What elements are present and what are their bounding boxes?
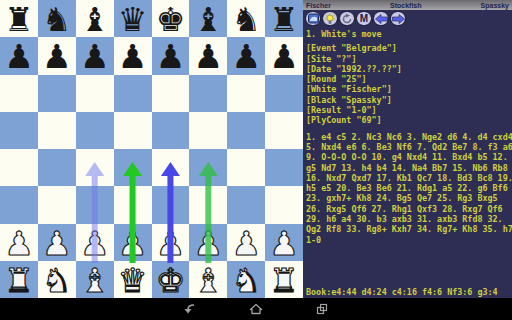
- square-g2[interactable]: ♟: [227, 224, 265, 261]
- square-g3[interactable]: [227, 186, 265, 223]
- engine-name: Stockfish: [390, 2, 422, 9]
- square-f7[interactable]: ♟: [189, 37, 227, 74]
- text-line: 5. Nxd4 e6 6. Be3 Nf6 7. Qd2 Be7 8. f3 a…: [306, 142, 512, 152]
- square-a5[interactable]: [0, 112, 38, 149]
- black-piece-c8[interactable]: ♝: [80, 3, 110, 36]
- black-piece-e8[interactable]: ♚: [156, 3, 186, 36]
- square-b7[interactable]: ♟: [38, 37, 76, 74]
- black-piece-d7[interactable]: ♟: [118, 40, 148, 73]
- square-c4[interactable]: [76, 149, 114, 186]
- black-piece-b8[interactable]: ♞: [42, 3, 72, 36]
- square-c8[interactable]: ♝: [76, 0, 114, 37]
- text-line: 9. O-O-O O-O 10. g4 Nxd4 11. Bxd4 b5 12.: [306, 152, 512, 162]
- text-line: 26. Rxg5 Qf6 27. Rhg1 Qxf3 28. Rxg7 Qf6: [306, 204, 512, 214]
- white-piece-h2[interactable]: ♟: [269, 227, 299, 260]
- arrow-left-icon: [375, 14, 388, 24]
- black-player-name: Spassky: [481, 2, 509, 9]
- board-icon: [308, 13, 319, 24]
- square-e6[interactable]: [152, 75, 190, 112]
- square-b4[interactable]: [38, 149, 76, 186]
- square-e8[interactable]: ♚: [152, 0, 190, 37]
- square-f2[interactable]: ♟: [189, 224, 227, 261]
- square-c1[interactable]: ♝: [76, 261, 114, 298]
- black-piece-b7[interactable]: ♟: [42, 40, 72, 73]
- new-game-button[interactable]: [339, 11, 355, 26]
- square-c5[interactable]: [76, 112, 114, 149]
- text-line: [PlyCount "69"]: [306, 115, 512, 125]
- game-info-panel: Fischer Stockfish Spassky: [303, 0, 512, 298]
- moves-button[interactable]: M: [356, 11, 372, 26]
- white-piece-a2[interactable]: ♟: [4, 227, 34, 260]
- result-line: 1-0: [306, 235, 512, 245]
- chess-board[interactable]: ♜♞♝♛♚♝♞♜♟♟♟♟♟♟♟♟♟♟♟♟♟♟♟♟♜♞♝♛♚♝♞♜: [0, 0, 303, 298]
- square-a1[interactable]: ♜: [0, 261, 38, 298]
- white-piece-e2[interactable]: ♟: [156, 227, 186, 260]
- square-a2[interactable]: ♟: [0, 224, 38, 261]
- square-f1[interactable]: ♝: [189, 261, 227, 298]
- text-line: Qg2 Rf8 33. Rg8+ Kxh7 34. Rg7+ Kh8 35. h…: [306, 224, 512, 234]
- square-g5[interactable]: [227, 112, 265, 149]
- square-d3[interactable]: [114, 186, 152, 223]
- white-piece-b1[interactable]: ♞: [42, 264, 72, 297]
- lightbulb-icon: [324, 13, 336, 25]
- hint-button[interactable]: [322, 11, 338, 26]
- refresh-icon: [341, 13, 353, 25]
- back-move-button[interactable]: [373, 11, 389, 26]
- square-e5[interactable]: [152, 112, 190, 149]
- black-piece-e7[interactable]: ♟: [156, 40, 186, 73]
- white-piece-b2[interactable]: ♟: [42, 227, 72, 260]
- nav-recents-button[interactable]: [315, 302, 329, 316]
- square-e1[interactable]: ♚: [152, 261, 190, 298]
- title-bar: Fischer Stockfish Spassky: [303, 0, 512, 10]
- square-g4[interactable]: [227, 149, 265, 186]
- square-h7[interactable]: ♟: [265, 37, 303, 74]
- square-f3[interactable]: [189, 186, 227, 223]
- square-h4[interactable]: [265, 149, 303, 186]
- white-piece-c1[interactable]: ♝: [80, 264, 110, 297]
- text-line: [Black "Spassky"]: [306, 95, 512, 105]
- square-h2[interactable]: ♟: [265, 224, 303, 261]
- white-piece-g2[interactable]: ♟: [231, 227, 261, 260]
- square-d2[interactable]: ♟: [114, 224, 152, 261]
- square-f8[interactable]: ♝: [189, 0, 227, 37]
- square-d1[interactable]: ♛: [114, 261, 152, 298]
- square-g6[interactable]: [227, 75, 265, 112]
- text-line: g5 Nd7 13. h4 b4 14. Na4 Bb7 15. Nb6 Rb8: [306, 163, 512, 173]
- m-button-label: M: [360, 13, 368, 24]
- text-line: [Site "?"]: [306, 54, 512, 64]
- pgn-tags: [Event "Belgrade"][Site "?"][Date "1992.…: [306, 43, 512, 125]
- square-f6[interactable]: [189, 75, 227, 112]
- menu-button[interactable]: [305, 11, 321, 26]
- square-d8[interactable]: ♛: [114, 0, 152, 37]
- black-piece-a8[interactable]: ♜: [4, 3, 34, 36]
- move-list: 1. e4 c5 2. Nc3 Nc6 3. Nge2 d6 4. d4 cxd…: [306, 132, 512, 235]
- toolbar: M: [303, 10, 512, 27]
- white-piece-d2[interactable]: ♟: [118, 227, 148, 260]
- square-b5[interactable]: [38, 112, 76, 149]
- black-piece-f8[interactable]: ♝: [194, 3, 224, 36]
- white-piece-e1[interactable]: ♚: [156, 264, 186, 297]
- square-b2[interactable]: ♟: [38, 224, 76, 261]
- text-line: 16. Nxd7 Qxd7 17. Kb1 Qc7 18. Bd3 Bc8 19…: [306, 173, 512, 183]
- square-e7[interactable]: ♟: [152, 37, 190, 74]
- square-d5[interactable]: [114, 112, 152, 149]
- text-line: [Event "Belgrade"]: [306, 43, 512, 53]
- chess-app-screen: ♜♞♝♛♚♝♞♜♟♟♟♟♟♟♟♟♟♟♟♟♟♟♟♟♜♞♝♛♚♝♞♜ Fischer…: [0, 0, 512, 320]
- square-g7[interactable]: ♟: [227, 37, 265, 74]
- square-f4[interactable]: [189, 149, 227, 186]
- black-piece-g8[interactable]: ♞: [231, 3, 261, 36]
- square-b8[interactable]: ♞: [38, 0, 76, 37]
- black-piece-h8[interactable]: ♜: [269, 3, 299, 36]
- square-b3[interactable]: [38, 186, 76, 223]
- text-line: [White "Fischer"]: [306, 84, 512, 94]
- home-icon: [249, 302, 263, 316]
- square-b1[interactable]: ♞: [38, 261, 76, 298]
- square-a7[interactable]: ♟: [0, 37, 38, 74]
- text-line: 1. e4 c5 2. Nc3 Nc6 3. Nge2 d6 4. d4 cxd…: [306, 132, 512, 142]
- android-nav-bar: [0, 298, 512, 320]
- square-d7[interactable]: ♟: [114, 37, 152, 74]
- square-c3[interactable]: [76, 186, 114, 223]
- square-b6[interactable]: [38, 75, 76, 112]
- white-player-name: Fischer: [306, 2, 331, 9]
- black-piece-c7[interactable]: ♟: [80, 40, 110, 73]
- square-c7[interactable]: ♟: [76, 37, 114, 74]
- black-piece-d8[interactable]: ♛: [118, 3, 148, 36]
- text-line: [Date "1992.??.??"]: [306, 64, 512, 74]
- square-h6[interactable]: [265, 75, 303, 112]
- text-line: [Round "25"]: [306, 74, 512, 84]
- square-e2[interactable]: ♟: [152, 224, 190, 261]
- text-line: 23. gxh7+ Kh8 24. Bg5 Qe7 25. Rg3 Bxg5: [306, 193, 512, 203]
- recents-icon: [315, 302, 329, 316]
- arrow-right-icon: [392, 14, 405, 24]
- white-piece-a1[interactable]: ♜: [4, 264, 34, 297]
- opening-book-line: Book:e4:44 d4:24 c4:16 f4:6 Nf3:6 g3:4: [306, 287, 498, 297]
- square-d4[interactable]: [114, 149, 152, 186]
- square-a3[interactable]: [0, 186, 38, 223]
- square-d6[interactable]: [114, 75, 152, 112]
- white-piece-g1[interactable]: ♞: [231, 264, 261, 297]
- square-a8[interactable]: ♜: [0, 0, 38, 37]
- square-c2[interactable]: ♟: [76, 224, 114, 261]
- square-a6[interactable]: [0, 75, 38, 112]
- text-line: h5 e5 20. Be3 Be6 21. Rdg1 a5 22. g6 Bf6: [306, 183, 512, 193]
- text-line: [Result "1-0"]: [306, 105, 512, 115]
- status-line: 1. White's move: [306, 29, 512, 39]
- black-piece-h7[interactable]: ♟: [269, 40, 299, 73]
- white-piece-f2[interactable]: ♟: [194, 227, 224, 260]
- square-g8[interactable]: ♞: [227, 0, 265, 37]
- square-h8[interactable]: ♜: [265, 0, 303, 37]
- square-e4[interactable]: [152, 149, 190, 186]
- white-piece-f1[interactable]: ♝: [194, 264, 224, 297]
- nav-back-button[interactable]: [183, 302, 197, 316]
- notation-area[interactable]: 1. White's move [Event "Belgrade"][Site …: [303, 27, 512, 298]
- text-line: 29. h6 a4 30. b3 axb3 31. axb3 Rfd8 32.: [306, 214, 512, 224]
- white-piece-d1[interactable]: ♛: [118, 264, 148, 297]
- square-c6[interactable]: [76, 75, 114, 112]
- square-g1[interactable]: ♞: [227, 261, 265, 298]
- white-piece-c2[interactable]: ♟: [80, 227, 110, 260]
- square-h1[interactable]: ♜: [265, 261, 303, 298]
- back-icon: [183, 302, 197, 316]
- black-piece-g7[interactable]: ♟: [231, 40, 261, 73]
- square-h5[interactable]: [265, 112, 303, 149]
- black-piece-f7[interactable]: ♟: [194, 40, 224, 73]
- black-piece-a7[interactable]: ♟: [4, 40, 34, 73]
- square-e3[interactable]: [152, 186, 190, 223]
- square-f5[interactable]: [189, 112, 227, 149]
- white-piece-h1[interactable]: ♜: [269, 264, 299, 297]
- forward-move-button[interactable]: [390, 11, 406, 26]
- square-h3[interactable]: [265, 186, 303, 223]
- square-a4[interactable]: [0, 149, 38, 186]
- nav-home-button[interactable]: [249, 302, 263, 316]
